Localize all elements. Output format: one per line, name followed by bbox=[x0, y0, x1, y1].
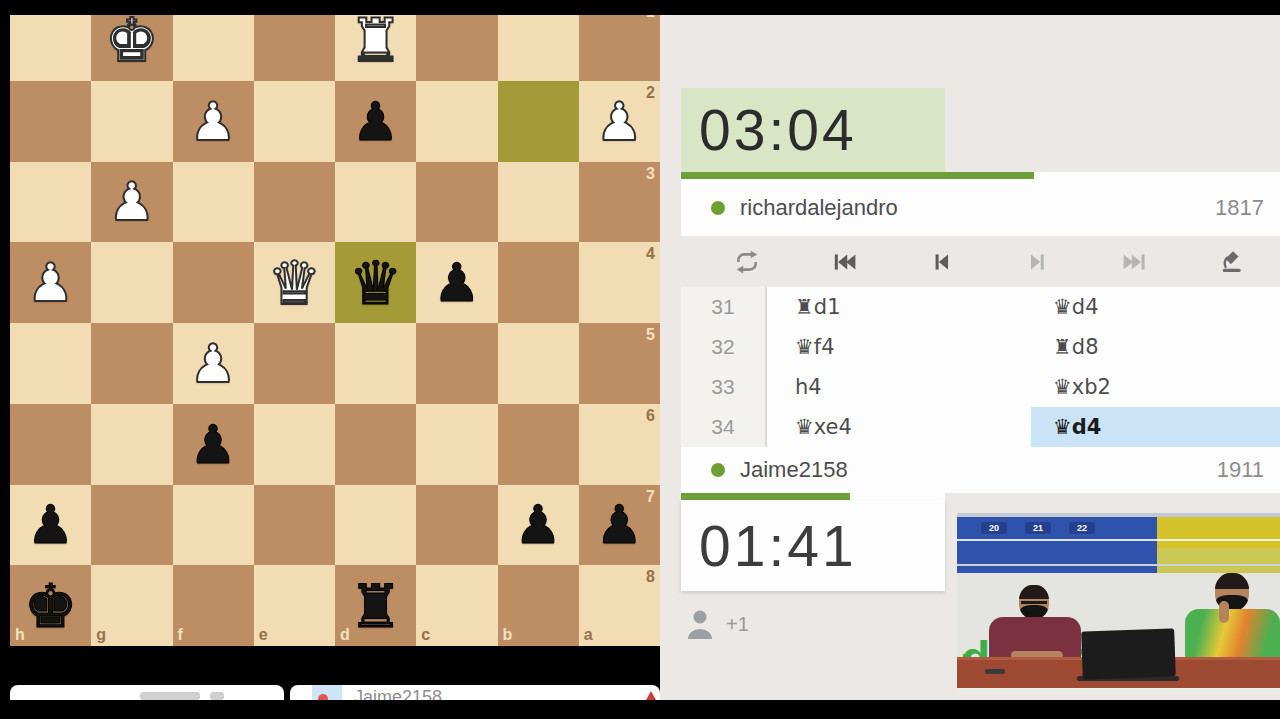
square-d7[interactable] bbox=[335, 485, 416, 566]
square-e2[interactable] bbox=[254, 81, 335, 162]
square-f7[interactable] bbox=[173, 485, 254, 566]
seat-number: 21 bbox=[1025, 522, 1051, 534]
rank-label-6: 6 bbox=[646, 408, 655, 424]
square-h8[interactable]: h♚ bbox=[10, 565, 91, 646]
seat-number: 22 bbox=[1069, 522, 1095, 534]
square-b7[interactable]: ♟ bbox=[498, 485, 579, 566]
file-label-h: h bbox=[15, 627, 25, 643]
stadium-yellow-seats bbox=[1157, 548, 1280, 573]
white-pawn-f5[interactable]: ♟ bbox=[173, 323, 254, 404]
rank-label-4: 4 bbox=[646, 246, 655, 262]
square-d8[interactable]: d♜ bbox=[335, 565, 416, 646]
analysis-board-icon[interactable] bbox=[1219, 249, 1245, 275]
square-a2[interactable]: 2♟ bbox=[579, 81, 660, 162]
rank-label-5: 5 bbox=[646, 327, 655, 343]
game-panel: 03:04 richardalejandro 1817 bbox=[660, 15, 1280, 700]
time-progress-bottom bbox=[681, 493, 945, 500]
flag-icon bbox=[646, 691, 656, 700]
next-move-icon[interactable] bbox=[1025, 249, 1051, 275]
square-d5[interactable] bbox=[335, 323, 416, 404]
square-a3[interactable]: 3 bbox=[579, 162, 660, 243]
black-pawn-d2[interactable]: ♟ bbox=[335, 81, 416, 162]
rank-label-2: 2 bbox=[646, 85, 655, 101]
move-number: 31 bbox=[681, 287, 767, 327]
move-number: 32 bbox=[681, 327, 767, 367]
square-e4[interactable]: ♛ bbox=[254, 242, 335, 323]
white-pawn-g3[interactable]: ♟ bbox=[91, 162, 172, 243]
square-d6[interactable] bbox=[335, 404, 416, 485]
square-c3[interactable] bbox=[416, 162, 497, 243]
square-b2[interactable] bbox=[498, 81, 579, 162]
last-move-icon[interactable] bbox=[1122, 249, 1148, 275]
previous-move-icon[interactable] bbox=[928, 249, 954, 275]
move-black-selected[interactable]: ♛d4 bbox=[1031, 407, 1280, 447]
square-f6[interactable]: ♟ bbox=[173, 404, 254, 485]
white-pawn-h4[interactable]: ♟ bbox=[10, 242, 91, 323]
square-g2[interactable] bbox=[91, 81, 172, 162]
black-pawn-b7[interactable]: ♟ bbox=[498, 485, 579, 566]
move-row: 34 ♛xe4 ♛d4 bbox=[681, 407, 1280, 447]
partial-text bbox=[140, 692, 200, 700]
square-h7[interactable]: ♟ bbox=[10, 485, 91, 566]
move-white[interactable]: ♛f4 bbox=[767, 327, 1031, 367]
clock-bottom-player: 01:41 bbox=[681, 500, 945, 591]
square-h5[interactable] bbox=[10, 323, 91, 404]
square-b5[interactable] bbox=[498, 323, 579, 404]
player-row-bottom[interactable]: Jaime2158 1911 bbox=[681, 447, 1280, 493]
square-a7[interactable]: 7♟ bbox=[579, 485, 660, 566]
square-e3[interactable] bbox=[254, 162, 335, 243]
clock-bottom-time: 01:41 bbox=[699, 513, 857, 579]
seat-number: 20 bbox=[981, 522, 1007, 534]
square-d3[interactable] bbox=[335, 162, 416, 243]
square-c7[interactable] bbox=[416, 485, 497, 566]
move-white[interactable]: h4 bbox=[767, 367, 1031, 407]
move-black[interactable]: ♜d8 bbox=[1031, 327, 1280, 367]
square-h3[interactable] bbox=[10, 162, 91, 243]
move-list: 31 ♜d1 ♛d4 32 ♛f4 ♜d8 33 h4 ♛xb2 34 ♛xe4… bbox=[681, 287, 1280, 447]
stadium-rail bbox=[957, 539, 1280, 541]
square-a5[interactable]: 5 bbox=[579, 323, 660, 404]
online-dot bbox=[711, 463, 725, 477]
rank-label-3: 3 bbox=[646, 166, 655, 182]
file-label-b: b bbox=[503, 627, 513, 643]
black-pawn-h7[interactable]: ♟ bbox=[10, 485, 91, 566]
chess-board: ♚♜1♟♟2♟♟3♟♛♛♟4♟5♟6♟♟7♟h♚gfed♜cb8a bbox=[10, 0, 660, 646]
black-pawn-c4[interactable]: ♟ bbox=[416, 242, 497, 323]
file-label-d: d bbox=[340, 627, 350, 643]
file-label-g: g bbox=[96, 627, 106, 643]
square-c4[interactable]: ♟ bbox=[416, 242, 497, 323]
square-e5[interactable] bbox=[254, 323, 335, 404]
broadcast-screen: ♚♜1♟♟2♟♟3♟♛♛♟4♟5♟6♟♟7♟h♚gfed♜cb8a 03:04 … bbox=[0, 0, 1280, 719]
file-label-e: e bbox=[259, 627, 268, 643]
square-c5[interactable] bbox=[416, 323, 497, 404]
replay-controls bbox=[681, 236, 1280, 287]
player-name-bottom[interactable]: Jaime2158 bbox=[740, 457, 848, 483]
square-c8[interactable]: c bbox=[416, 565, 497, 646]
square-f2[interactable]: ♟ bbox=[173, 81, 254, 162]
video-bottom-strip bbox=[957, 688, 1280, 694]
player-rating-bottom: 1911 bbox=[1217, 457, 1264, 483]
black-pawn-f6[interactable]: ♟ bbox=[173, 404, 254, 485]
spectator-icon bbox=[684, 607, 716, 641]
flip-board-icon[interactable] bbox=[734, 249, 760, 275]
square-e8[interactable]: e bbox=[254, 565, 335, 646]
partial-text bbox=[210, 692, 224, 700]
square-c2[interactable] bbox=[416, 81, 497, 162]
square-f3[interactable] bbox=[173, 162, 254, 243]
square-g6[interactable] bbox=[91, 404, 172, 485]
player-rating-top: 1817 bbox=[1215, 195, 1264, 221]
player-name-top[interactable]: richardalejandro bbox=[740, 195, 898, 221]
square-g4[interactable] bbox=[91, 242, 172, 323]
white-pawn-f2[interactable]: ♟ bbox=[173, 81, 254, 162]
spectator-count: +1 bbox=[726, 613, 749, 636]
time-progress-top bbox=[681, 172, 1280, 179]
white-queen-e4[interactable]: ♛ bbox=[254, 242, 335, 323]
square-a8[interactable]: 8a bbox=[579, 565, 660, 646]
move-black[interactable]: ♛d4 bbox=[1031, 287, 1280, 327]
clock-top-player: 03:04 bbox=[681, 88, 945, 172]
laptop bbox=[1081, 628, 1176, 679]
first-move-icon[interactable] bbox=[831, 249, 857, 275]
black-queen-d4[interactable]: ♛ bbox=[335, 242, 416, 323]
move-row: 33 h4 ♛xb2 bbox=[681, 367, 1280, 407]
stadium-stands: 20 21 22 bbox=[957, 517, 1280, 573]
letterbox-top bbox=[0, 0, 1280, 15]
online-dot bbox=[711, 201, 725, 215]
square-e6[interactable] bbox=[254, 404, 335, 485]
letterbox-bottom bbox=[0, 700, 1280, 719]
move-number: 33 bbox=[681, 367, 767, 407]
phone bbox=[985, 669, 1005, 674]
square-f4[interactable] bbox=[173, 242, 254, 323]
square-b6[interactable] bbox=[498, 404, 579, 485]
square-d4[interactable]: ♛ bbox=[335, 242, 416, 323]
file-label-f: f bbox=[178, 627, 183, 643]
square-a4[interactable]: 4 bbox=[579, 242, 660, 323]
square-d2[interactable]: ♟ bbox=[335, 81, 416, 162]
rank-label-8: 8 bbox=[646, 569, 655, 585]
square-e7[interactable] bbox=[254, 485, 335, 566]
square-g8[interactable]: g bbox=[91, 565, 172, 646]
square-b3[interactable] bbox=[498, 162, 579, 243]
square-b4[interactable] bbox=[498, 242, 579, 323]
stadium-rail bbox=[957, 564, 1280, 566]
move-row: 31 ♜d1 ♛d4 bbox=[681, 287, 1280, 327]
move-row: 32 ♛f4 ♜d8 bbox=[681, 327, 1280, 367]
square-g7[interactable] bbox=[91, 485, 172, 566]
rank-label-7: 7 bbox=[646, 489, 655, 505]
square-h6[interactable] bbox=[10, 404, 91, 485]
square-h2[interactable] bbox=[10, 81, 91, 162]
square-b8[interactable]: b bbox=[498, 565, 579, 646]
move-black[interactable]: ♛xb2 bbox=[1031, 367, 1280, 407]
spectators: +1 bbox=[684, 607, 749, 641]
move-number: 34 bbox=[681, 407, 767, 447]
square-g3[interactable]: ♟ bbox=[91, 162, 172, 243]
square-h4[interactable]: ♟ bbox=[10, 242, 91, 323]
clock-top-time: 03:04 bbox=[699, 97, 857, 163]
move-white[interactable]: ♜d1 bbox=[767, 287, 1031, 327]
file-label-c: c bbox=[421, 627, 430, 643]
file-label-a: a bbox=[584, 627, 593, 643]
square-c6[interactable] bbox=[416, 404, 497, 485]
square-a6[interactable]: 6 bbox=[579, 404, 660, 485]
square-f5[interactable]: ♟ bbox=[173, 323, 254, 404]
player-row-top[interactable]: richardalejandro 1817 bbox=[681, 179, 1280, 236]
square-g5[interactable] bbox=[91, 323, 172, 404]
video-feed[interactable]: 20 21 22 derbu la Depo bbox=[957, 513, 1280, 694]
square-f8[interactable]: f bbox=[173, 565, 254, 646]
move-white[interactable]: ♛xe4 bbox=[767, 407, 1031, 447]
